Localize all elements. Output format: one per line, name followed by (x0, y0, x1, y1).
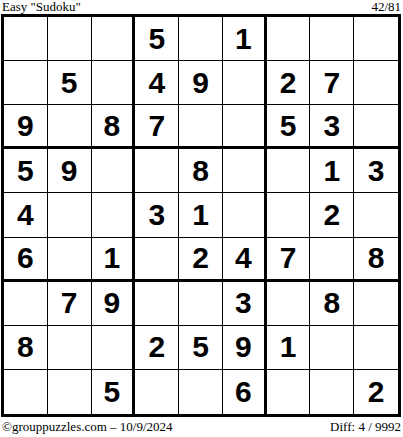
copyright-text: ©grouppuzzles.com – 10/9/2024 (2, 419, 173, 434)
cell-r5c9[interactable] (354, 193, 398, 237)
cell-r8c9[interactable] (354, 326, 398, 370)
cell-r6c8[interactable] (310, 238, 354, 282)
cell-r1c6: 1 (223, 17, 267, 61)
footer: ©grouppuzzles.com – 10/9/2024 Diff: 4 / … (2, 419, 401, 434)
cell-r4c2: 9 (48, 149, 92, 193)
cell-r4c1: 5 (4, 149, 48, 193)
cell-r8c4: 2 (135, 326, 179, 370)
cell-r7c5[interactable] (179, 282, 223, 326)
difficulty-text: Diff: 4 / 9992 (330, 419, 401, 434)
cell-r7c6: 3 (223, 282, 267, 326)
cell-r7c4[interactable] (135, 282, 179, 326)
cell-r9c2[interactable] (48, 370, 92, 414)
cell-r7c3: 9 (92, 282, 136, 326)
cell-r3c9[interactable] (354, 105, 398, 149)
cell-r7c2: 7 (48, 282, 92, 326)
cell-r5c1: 4 (4, 193, 48, 237)
clue-counter: 42/81 (371, 0, 401, 14)
cell-r8c6: 9 (223, 326, 267, 370)
cell-r6c5: 2 (179, 238, 223, 282)
cell-r2c1[interactable] (4, 61, 48, 105)
cell-r3c4: 7 (135, 105, 179, 149)
cell-r5c3[interactable] (92, 193, 136, 237)
cell-r9c8[interactable] (310, 370, 354, 414)
cell-r2c5: 9 (179, 61, 223, 105)
cell-r4c3[interactable] (92, 149, 136, 193)
cell-r9c6: 6 (223, 370, 267, 414)
cell-r6c4[interactable] (135, 238, 179, 282)
cell-r1c7[interactable] (267, 17, 311, 61)
cell-r5c8: 2 (310, 193, 354, 237)
cell-r1c3[interactable] (92, 17, 136, 61)
cell-r9c3: 5 (92, 370, 136, 414)
cell-r1c2[interactable] (48, 17, 92, 61)
cell-r4c4[interactable] (135, 149, 179, 193)
cell-r3c8: 3 (310, 105, 354, 149)
cell-r4c7[interactable] (267, 149, 311, 193)
cell-r3c1: 9 (4, 105, 48, 149)
cell-r8c7: 1 (267, 326, 311, 370)
cell-r9c9: 2 (354, 370, 398, 414)
cell-r4c6[interactable] (223, 149, 267, 193)
cell-r2c6[interactable] (223, 61, 267, 105)
cell-r6c9: 8 (354, 238, 398, 282)
cell-r1c4: 5 (135, 17, 179, 61)
cell-r2c2: 5 (48, 61, 92, 105)
cell-r2c7: 2 (267, 61, 311, 105)
cell-r8c2[interactable] (48, 326, 92, 370)
cell-r6c3: 1 (92, 238, 136, 282)
cell-r6c2[interactable] (48, 238, 92, 282)
cell-r6c1: 6 (4, 238, 48, 282)
cell-r7c8: 8 (310, 282, 354, 326)
cell-r8c1: 8 (4, 326, 48, 370)
puzzle-title: Easy "Sudoku" (2, 0, 81, 14)
cell-r3c7: 5 (267, 105, 311, 149)
cell-r9c7[interactable] (267, 370, 311, 414)
cell-r2c3[interactable] (92, 61, 136, 105)
cell-r2c9[interactable] (354, 61, 398, 105)
cell-r9c1[interactable] (4, 370, 48, 414)
cell-r7c7[interactable] (267, 282, 311, 326)
cell-r5c5: 1 (179, 193, 223, 237)
cell-r5c2[interactable] (48, 193, 92, 237)
cell-r1c5[interactable] (179, 17, 223, 61)
cell-r1c9[interactable] (354, 17, 398, 61)
cell-r7c1[interactable] (4, 282, 48, 326)
header: Easy "Sudoku" 42/81 (2, 0, 401, 14)
cell-r8c8[interactable] (310, 326, 354, 370)
cell-r1c8[interactable] (310, 17, 354, 61)
sudoku-board: 515492798753598134312612478793882591562 (1, 14, 401, 417)
cell-r6c7: 7 (267, 238, 311, 282)
cell-r3c6[interactable] (223, 105, 267, 149)
cell-r4c8: 1 (310, 149, 354, 193)
cell-r9c5[interactable] (179, 370, 223, 414)
cell-r3c5[interactable] (179, 105, 223, 149)
cell-r2c8: 7 (310, 61, 354, 105)
cell-r5c6[interactable] (223, 193, 267, 237)
cell-r3c2[interactable] (48, 105, 92, 149)
cell-r4c9: 3 (354, 149, 398, 193)
cell-r5c7[interactable] (267, 193, 311, 237)
cell-r6c6: 4 (223, 238, 267, 282)
cell-r5c4: 3 (135, 193, 179, 237)
cell-r8c3[interactable] (92, 326, 136, 370)
cell-r3c3: 8 (92, 105, 136, 149)
cell-r2c4: 4 (135, 61, 179, 105)
cell-r8c5: 5 (179, 326, 223, 370)
cell-r4c5: 8 (179, 149, 223, 193)
cell-r9c4[interactable] (135, 370, 179, 414)
cell-r1c1[interactable] (4, 17, 48, 61)
cell-r7c9[interactable] (354, 282, 398, 326)
